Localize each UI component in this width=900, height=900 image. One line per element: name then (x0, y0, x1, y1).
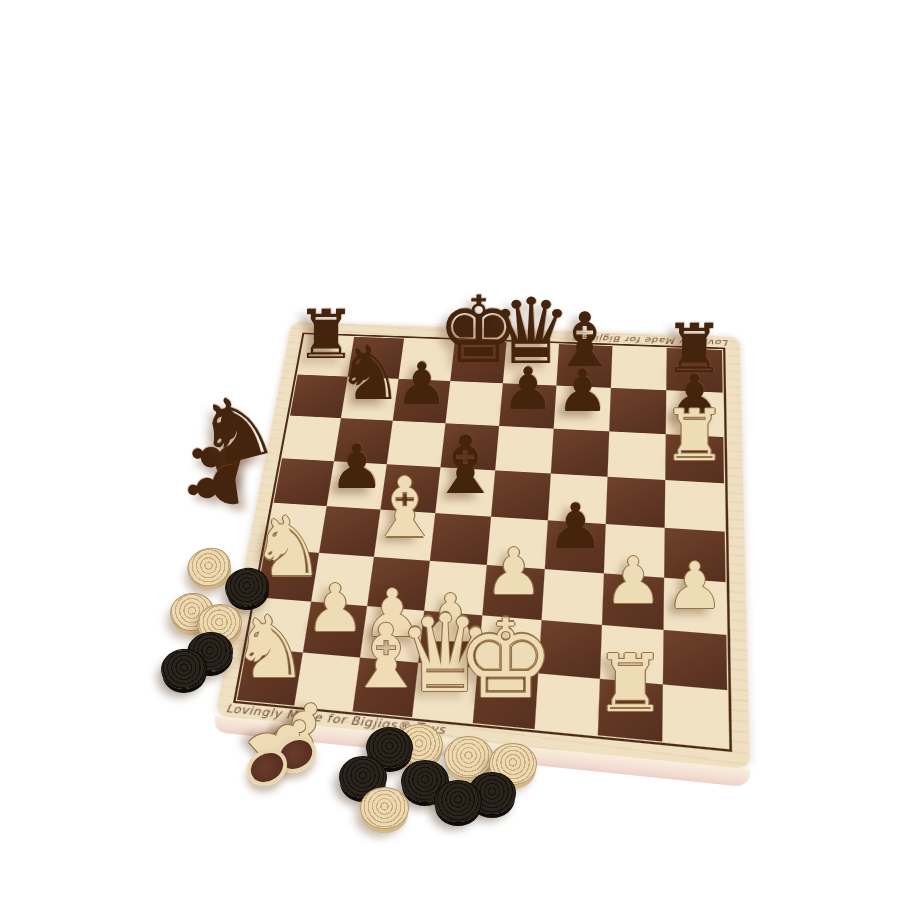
square-a4 (265, 503, 327, 553)
square-g2 (600, 625, 664, 685)
square-b3 (311, 553, 374, 606)
square-b1 (294, 652, 360, 711)
square-c5 (380, 464, 440, 513)
square-f8 (556, 344, 612, 388)
square-a6 (282, 416, 341, 462)
square-h8 (666, 348, 722, 393)
square-f4 (545, 520, 606, 573)
square-e6 (495, 426, 554, 474)
square-h3 (664, 578, 727, 635)
square-d3 (424, 561, 487, 615)
chess-board: Lovingly Made for Bigjigs® Lovingly Made… (237, 335, 728, 748)
square-f1 (535, 673, 600, 735)
square-g3 (602, 573, 664, 629)
square-h6 (665, 434, 724, 483)
square-g7 (609, 388, 666, 434)
square-g6 (608, 431, 666, 480)
square-f3 (542, 569, 604, 625)
square-e5 (491, 470, 551, 520)
square-h7 (666, 390, 724, 437)
square-b5 (327, 461, 387, 509)
product-photo-scene: Lovingly Made for Bigjigs® Lovingly Made… (0, 0, 900, 900)
square-a7 (290, 375, 348, 419)
dark-pawn-lying-2: ♟ (177, 453, 251, 521)
square-g1 (598, 679, 663, 742)
square-d4 (430, 513, 491, 565)
square-c3 (367, 557, 430, 611)
square-d7 (445, 381, 502, 426)
square-d6 (440, 423, 499, 470)
square-d1 (412, 663, 478, 723)
square-f2 (538, 620, 602, 679)
square-b8 (348, 337, 404, 379)
square-h5 (665, 480, 725, 532)
square-e3 (482, 565, 544, 620)
square-f6 (551, 429, 609, 477)
square-c2 (360, 606, 424, 663)
square-c7 (393, 379, 451, 423)
square-g8 (611, 346, 667, 390)
square-a8 (298, 335, 355, 377)
square-c6 (387, 421, 446, 468)
square-c4 (374, 510, 435, 561)
square-b2 (303, 602, 367, 658)
square-e4 (487, 517, 548, 569)
square-e1 (473, 668, 538, 729)
square-f5 (548, 474, 608, 524)
square-a1 (237, 647, 303, 705)
square-g5 (606, 477, 665, 528)
square-b7 (341, 377, 399, 421)
square-c1 (353, 658, 419, 718)
square-a2 (247, 597, 311, 652)
checker-black-13 (434, 780, 482, 822)
square-a5 (274, 458, 334, 506)
square-h4 (664, 528, 725, 582)
board-grid (237, 335, 728, 748)
square-e8 (503, 342, 559, 385)
dark-pawn-lying-1: ♟ (178, 422, 257, 496)
square-e7 (499, 383, 556, 428)
square-d5 (435, 467, 495, 516)
square-g4 (604, 524, 665, 578)
square-b4 (319, 506, 380, 557)
square-f7 (554, 386, 611, 432)
square-c8 (399, 339, 455, 381)
square-d8 (450, 340, 506, 383)
square-e2 (478, 615, 542, 673)
square-h2 (663, 630, 727, 690)
square-h1 (662, 684, 728, 748)
square-b6 (334, 418, 393, 464)
checker-natural-15 (360, 787, 409, 829)
square-d2 (418, 611, 482, 668)
